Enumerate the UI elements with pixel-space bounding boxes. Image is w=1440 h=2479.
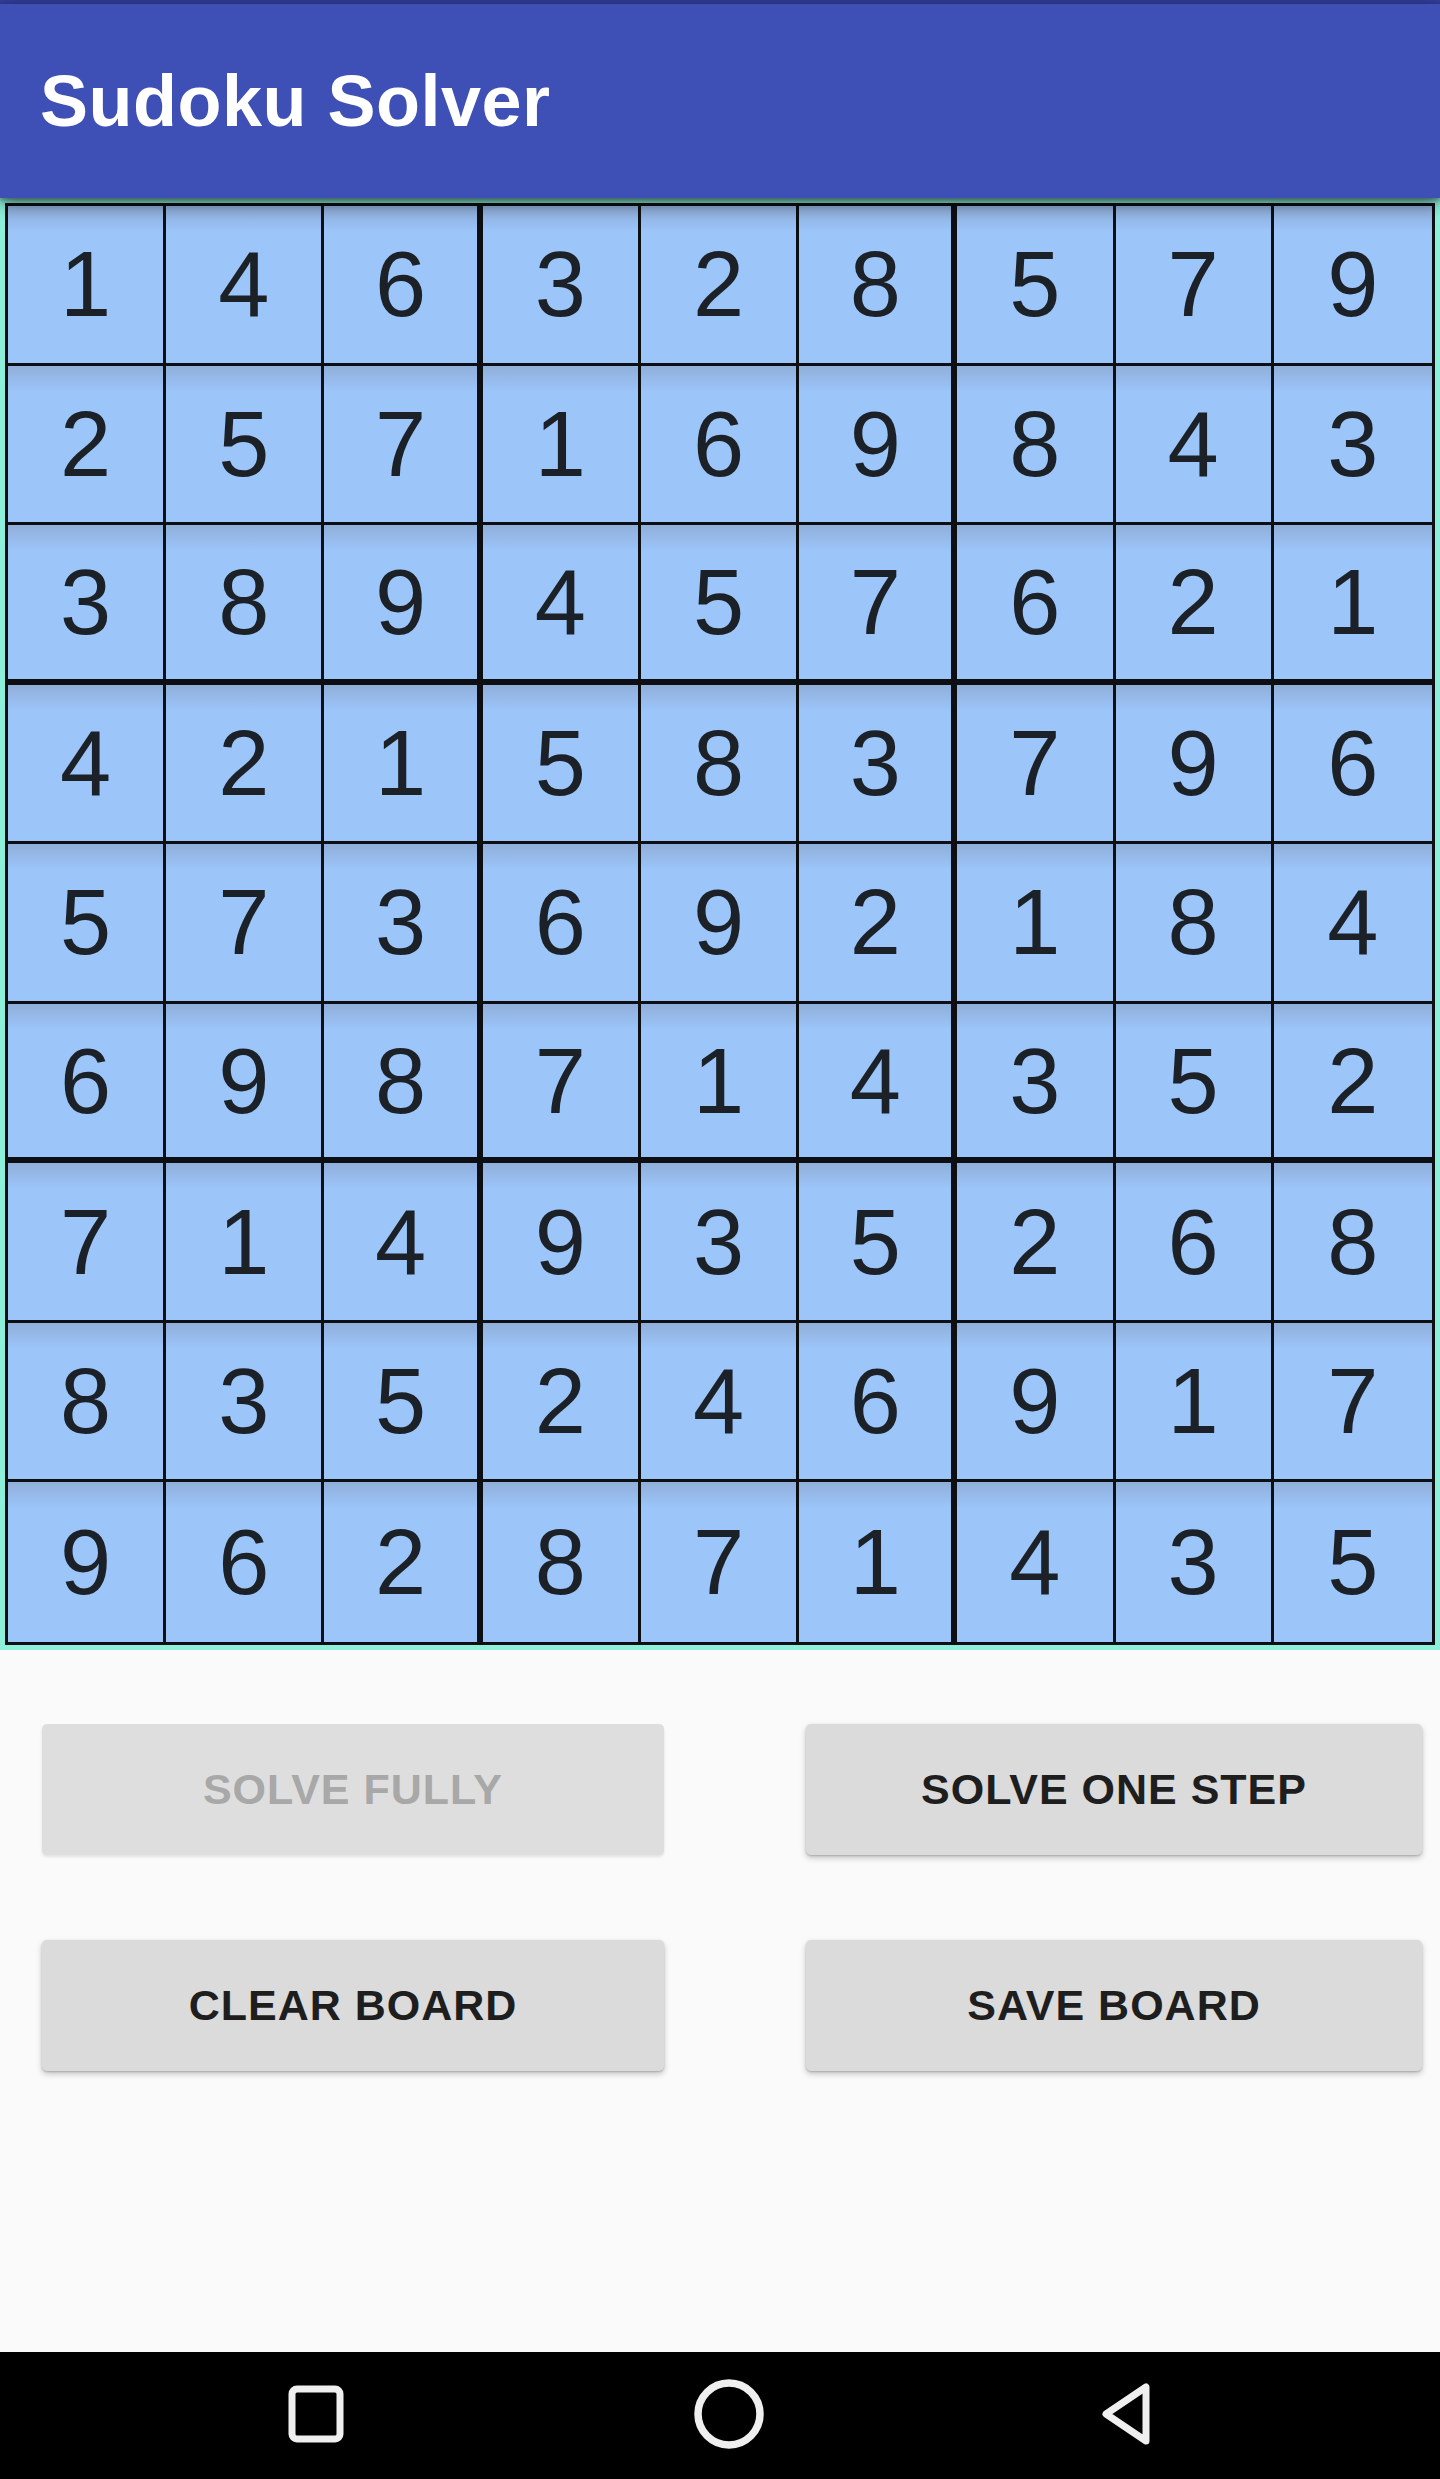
cell-r4c2[interactable]: 2 xyxy=(166,685,324,845)
cell-r5c8[interactable]: 8 xyxy=(1116,844,1274,1004)
cell-r8c2[interactable]: 3 xyxy=(166,1323,324,1483)
cell-r6c4[interactable]: 7 xyxy=(483,1004,641,1164)
cell-r1c1[interactable]: 1 xyxy=(8,206,166,366)
cell-r3c4[interactable]: 4 xyxy=(483,525,641,685)
cell-r6c7[interactable]: 3 xyxy=(957,1004,1115,1164)
cell-r8c1[interactable]: 8 xyxy=(8,1323,166,1483)
cell-r6c6[interactable]: 4 xyxy=(799,1004,957,1164)
sudoku-board: 1463285792571698433894576214215837965736… xyxy=(5,203,1435,1645)
cell-r7c4[interactable]: 9 xyxy=(483,1163,641,1323)
cell-r1c4[interactable]: 3 xyxy=(483,206,641,366)
cell-r8c4[interactable]: 2 xyxy=(483,1323,641,1483)
cell-r5c3[interactable]: 3 xyxy=(324,844,482,1004)
cell-r5c2[interactable]: 7 xyxy=(166,844,324,1004)
cell-r4c9[interactable]: 6 xyxy=(1274,685,1432,845)
cell-r2c4[interactable]: 1 xyxy=(483,366,641,526)
cell-r7c9[interactable]: 8 xyxy=(1274,1163,1432,1323)
cell-r1c7[interactable]: 5 xyxy=(957,206,1115,366)
cell-r8c3[interactable]: 5 xyxy=(324,1323,482,1483)
cell-r5c6[interactable]: 2 xyxy=(799,844,957,1004)
cell-r5c9[interactable]: 4 xyxy=(1274,844,1432,1004)
cell-r1c6[interactable]: 8 xyxy=(799,206,957,366)
cell-r8c8[interactable]: 1 xyxy=(1116,1323,1274,1483)
cell-r7c6[interactable]: 5 xyxy=(799,1163,957,1323)
cell-r4c8[interactable]: 9 xyxy=(1116,685,1274,845)
cell-r9c9[interactable]: 5 xyxy=(1274,1482,1432,1642)
cell-r9c8[interactable]: 3 xyxy=(1116,1482,1274,1642)
cell-r9c5[interactable]: 7 xyxy=(641,1482,799,1642)
android-navigation-bar xyxy=(0,2352,1440,2479)
cell-r6c2[interactable]: 9 xyxy=(166,1004,324,1164)
home-circle-icon[interactable] xyxy=(694,2379,764,2453)
cell-r1c3[interactable]: 6 xyxy=(324,206,482,366)
cell-r6c1[interactable]: 6 xyxy=(8,1004,166,1164)
cell-r6c9[interactable]: 2 xyxy=(1274,1004,1432,1164)
cell-r3c5[interactable]: 5 xyxy=(641,525,799,685)
cell-r5c4[interactable]: 6 xyxy=(483,844,641,1004)
cell-r4c7[interactable]: 7 xyxy=(957,685,1115,845)
cell-r2c1[interactable]: 2 xyxy=(8,366,166,526)
sudoku-board-frame: 1463285792571698433894576214215837965736… xyxy=(0,198,1440,1650)
cell-r4c5[interactable]: 8 xyxy=(641,685,799,845)
solve-fully-button[interactable]: SOLVE FULLY xyxy=(42,1724,664,1855)
app-title: Sudoku Solver xyxy=(0,60,551,142)
recents-square-icon[interactable] xyxy=(287,2384,345,2448)
cell-r6c8[interactable]: 5 xyxy=(1116,1004,1274,1164)
cell-r3c9[interactable]: 1 xyxy=(1274,525,1432,685)
cell-r8c9[interactable]: 7 xyxy=(1274,1323,1432,1483)
cell-r2c6[interactable]: 9 xyxy=(799,366,957,526)
save-board-button[interactable]: SAVE BOARD xyxy=(806,1940,1422,2071)
cell-r4c3[interactable]: 1 xyxy=(324,685,482,845)
cell-r1c9[interactable]: 9 xyxy=(1274,206,1432,366)
cell-r6c5[interactable]: 1 xyxy=(641,1004,799,1164)
cell-r3c3[interactable]: 9 xyxy=(324,525,482,685)
cell-r2c3[interactable]: 7 xyxy=(324,366,482,526)
cell-r5c1[interactable]: 5 xyxy=(8,844,166,1004)
cell-r4c4[interactable]: 5 xyxy=(483,685,641,845)
cell-r1c8[interactable]: 7 xyxy=(1116,206,1274,366)
solve-one-step-button[interactable]: SOLVE ONE STEP xyxy=(806,1724,1422,1855)
cell-r9c7[interactable]: 4 xyxy=(957,1482,1115,1642)
cell-r1c5[interactable]: 2 xyxy=(641,206,799,366)
cell-r8c7[interactable]: 9 xyxy=(957,1323,1115,1483)
cell-r7c8[interactable]: 6 xyxy=(1116,1163,1274,1323)
cell-r7c7[interactable]: 2 xyxy=(957,1163,1115,1323)
app-bar: Sudoku Solver xyxy=(0,4,1440,198)
cell-r5c7[interactable]: 1 xyxy=(957,844,1115,1004)
cell-r4c1[interactable]: 4 xyxy=(8,685,166,845)
clear-board-button[interactable]: CLEAR BOARD xyxy=(42,1940,664,2071)
cell-r3c2[interactable]: 8 xyxy=(166,525,324,685)
cell-r9c4[interactable]: 8 xyxy=(483,1482,641,1642)
cell-r8c5[interactable]: 4 xyxy=(641,1323,799,1483)
cell-r2c2[interactable]: 5 xyxy=(166,366,324,526)
cell-r7c5[interactable]: 3 xyxy=(641,1163,799,1323)
cell-r2c7[interactable]: 8 xyxy=(957,366,1115,526)
cell-r2c8[interactable]: 4 xyxy=(1116,366,1274,526)
cell-r2c9[interactable]: 3 xyxy=(1274,366,1432,526)
cell-r3c6[interactable]: 7 xyxy=(799,525,957,685)
cell-r5c5[interactable]: 9 xyxy=(641,844,799,1004)
cell-r6c3[interactable]: 8 xyxy=(324,1004,482,1164)
cell-r1c2[interactable]: 4 xyxy=(166,206,324,366)
cell-r2c5[interactable]: 6 xyxy=(641,366,799,526)
cell-r7c1[interactable]: 7 xyxy=(8,1163,166,1323)
cell-r7c3[interactable]: 4 xyxy=(324,1163,482,1323)
cell-r9c3[interactable]: 2 xyxy=(324,1482,482,1642)
cell-r9c2[interactable]: 6 xyxy=(166,1482,324,1642)
cell-r7c2[interactable]: 1 xyxy=(166,1163,324,1323)
cell-r9c1[interactable]: 9 xyxy=(8,1482,166,1642)
cell-r4c6[interactable]: 3 xyxy=(799,685,957,845)
cell-r3c7[interactable]: 6 xyxy=(957,525,1115,685)
cell-r3c8[interactable]: 2 xyxy=(1116,525,1274,685)
cell-r9c6[interactable]: 1 xyxy=(799,1482,957,1642)
cell-r3c1[interactable]: 3 xyxy=(8,525,166,685)
cell-r8c6[interactable]: 6 xyxy=(799,1323,957,1483)
back-triangle-icon[interactable] xyxy=(1098,2381,1156,2451)
